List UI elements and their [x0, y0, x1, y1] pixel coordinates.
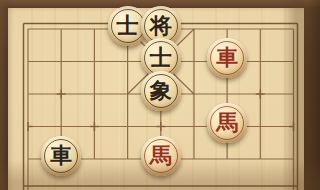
piece-character: 車: [50, 144, 72, 166]
piece-red-horse-b[interactable]: 馬: [141, 136, 181, 176]
piece-red-chariot[interactable]: 車: [207, 38, 247, 78]
piece-character: 士: [117, 14, 139, 36]
piece-character: 車: [216, 46, 238, 68]
piece-black-chariot[interactable]: 車: [41, 136, 81, 176]
piece-character: 象: [150, 79, 172, 101]
piece-character: 馬: [150, 144, 172, 166]
piece-character: 将: [150, 14, 172, 36]
pieces-layer: 士将士車象馬車馬: [0, 0, 320, 190]
piece-black-elephant[interactable]: 象: [141, 71, 181, 111]
piece-character: 士: [150, 46, 172, 68]
piece-red-horse-a[interactable]: 馬: [207, 103, 247, 143]
xiangqi-app-window: 士将士車象馬車馬: [0, 0, 320, 190]
piece-character: 馬: [216, 111, 238, 133]
